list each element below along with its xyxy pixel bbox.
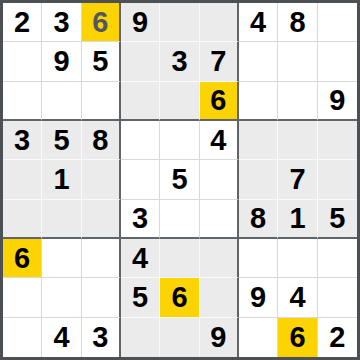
cell-r2c2[interactable]: 9 [42, 42, 81, 81]
cell-r2c6[interactable]: 7 [200, 42, 239, 81]
cell-r5c3[interactable] [82, 160, 121, 199]
cell-r1c4[interactable]: 9 [121, 3, 160, 42]
cell-r1c8[interactable]: 8 [278, 3, 317, 42]
cell-r4c1[interactable]: 3 [3, 121, 42, 160]
cell-r7c8[interactable] [278, 239, 317, 278]
cell-r5c4[interactable] [121, 160, 160, 199]
cell-r7c5[interactable] [160, 239, 199, 278]
cell-r3c6[interactable]: 6 [200, 82, 239, 121]
cell-r4c2[interactable]: 5 [42, 121, 81, 160]
cell-r3c9[interactable]: 9 [318, 82, 357, 121]
cell-r9c6[interactable]: 9 [200, 318, 239, 357]
cell-r1c7[interactable]: 4 [239, 3, 278, 42]
cell-r1c1[interactable]: 2 [3, 3, 42, 42]
cell-r3c4[interactable] [121, 82, 160, 121]
cell-r9c5[interactable] [160, 318, 199, 357]
cell-r3c7[interactable] [239, 82, 278, 121]
cell-r5c6[interactable] [200, 160, 239, 199]
cell-r7c1[interactable]: 6 [3, 239, 42, 278]
cell-r6c4[interactable]: 3 [121, 200, 160, 239]
cell-r3c8[interactable] [278, 82, 317, 121]
cell-r5c2[interactable]: 1 [42, 160, 81, 199]
cell-r3c1[interactable] [3, 82, 42, 121]
cell-r8c9[interactable] [318, 278, 357, 317]
cell-r4c5[interactable] [160, 121, 199, 160]
cell-r7c7[interactable] [239, 239, 278, 278]
cell-r6c1[interactable] [3, 200, 42, 239]
cell-r6c2[interactable] [42, 200, 81, 239]
cell-r4c6[interactable]: 4 [200, 121, 239, 160]
cell-r2c5[interactable]: 3 [160, 42, 199, 81]
cell-r4c4[interactable] [121, 121, 160, 160]
cell-r9c7[interactable] [239, 318, 278, 357]
cell-r9c9[interactable]: 2 [318, 318, 357, 357]
cell-r8c2[interactable] [42, 278, 81, 317]
cell-r5c8[interactable]: 7 [278, 160, 317, 199]
cell-r4c7[interactable] [239, 121, 278, 160]
cell-r9c2[interactable]: 4 [42, 318, 81, 357]
cell-r9c1[interactable] [3, 318, 42, 357]
cell-r2c3[interactable]: 5 [82, 42, 121, 81]
cell-r8c1[interactable] [3, 278, 42, 317]
cell-r5c5[interactable]: 5 [160, 160, 199, 199]
cell-r9c4[interactable] [121, 318, 160, 357]
cell-r5c7[interactable] [239, 160, 278, 199]
cell-r6c7[interactable]: 8 [239, 200, 278, 239]
cell-r7c2[interactable] [42, 239, 81, 278]
cell-r6c5[interactable] [160, 200, 199, 239]
cell-r6c9[interactable]: 5 [318, 200, 357, 239]
cell-r2c9[interactable] [318, 42, 357, 81]
cell-r9c3[interactable]: 3 [82, 318, 121, 357]
cell-r8c3[interactable] [82, 278, 121, 317]
cell-r8c7[interactable]: 9 [239, 278, 278, 317]
cell-r2c1[interactable] [3, 42, 42, 81]
cell-r8c4[interactable]: 5 [121, 278, 160, 317]
cell-r7c3[interactable] [82, 239, 121, 278]
cell-r4c3[interactable]: 8 [82, 121, 121, 160]
cell-r5c1[interactable] [3, 160, 42, 199]
cell-r3c5[interactable] [160, 82, 199, 121]
cell-r6c3[interactable] [82, 200, 121, 239]
cell-r7c9[interactable] [318, 239, 357, 278]
cell-r1c3[interactable]: 6 [82, 3, 121, 42]
cell-r8c5[interactable]: 6 [160, 278, 199, 317]
cell-r4c8[interactable] [278, 121, 317, 160]
cell-r1c2[interactable]: 3 [42, 3, 81, 42]
cell-r1c9[interactable] [318, 3, 357, 42]
cell-r7c6[interactable] [200, 239, 239, 278]
cell-r8c8[interactable]: 4 [278, 278, 317, 317]
cell-r1c6[interactable] [200, 3, 239, 42]
cell-r9c8[interactable]: 6 [278, 318, 317, 357]
cell-r2c7[interactable] [239, 42, 278, 81]
cell-r2c8[interactable] [278, 42, 317, 81]
cell-r6c8[interactable]: 1 [278, 200, 317, 239]
cell-r2c4[interactable] [121, 42, 160, 81]
cell-r1c5[interactable] [160, 3, 199, 42]
cell-r5c9[interactable] [318, 160, 357, 199]
cell-r6c6[interactable] [200, 200, 239, 239]
cell-r7c4[interactable]: 4 [121, 239, 160, 278]
sudoku-board: 2369489537693584157381564569443962 [0, 0, 360, 360]
cell-r8c6[interactable] [200, 278, 239, 317]
cell-r4c9[interactable] [318, 121, 357, 160]
cell-r3c2[interactable] [42, 82, 81, 121]
cell-r3c3[interactable] [82, 82, 121, 121]
